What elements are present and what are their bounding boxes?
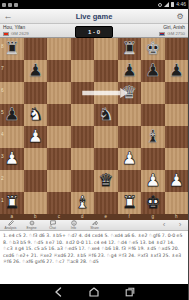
square-h2[interactable]: ♟ (165, 170, 189, 192)
white-pawn: ♟ (165, 170, 189, 192)
rank-label: 3 (1, 154, 4, 159)
square-e1[interactable] (94, 192, 118, 214)
square-e6[interactable] (94, 82, 118, 104)
score-badge: 1 - 0 (75, 26, 113, 38)
white-queen: ♛ (94, 170, 118, 192)
square-a4[interactable]: 4 (0, 126, 24, 148)
rank-label: 2 (1, 176, 4, 181)
white-pawn: ♟ (24, 126, 48, 148)
square-e4[interactable] (94, 126, 118, 148)
black-rook: ♜ (118, 38, 142, 60)
share-button[interactable]: Share (84, 220, 105, 230)
page-title: Live game (16, 12, 172, 21)
square-a8[interactable]: ♜8 (0, 38, 24, 60)
android-nav-bar (0, 284, 188, 300)
square-e7[interactable] (94, 60, 118, 82)
black-knight: ♞ (94, 104, 118, 126)
black-pawn: ♟ (24, 60, 48, 82)
notification-icon (14, 3, 18, 7)
back-arrow-icon: ← (4, 11, 13, 21)
square-f2[interactable] (118, 170, 142, 192)
rank-label: 8 (1, 44, 4, 49)
square-a3[interactable]: ♟3 (0, 148, 24, 170)
white-bishop: ♝ (71, 192, 95, 214)
square-d1[interactable]: ♝ (71, 192, 95, 214)
recents-nav-icon[interactable] (125, 287, 135, 297)
black-pawn: ♟ (118, 60, 142, 82)
white-knight: ♞ (24, 104, 48, 126)
black-player[interactable]: Giri, Anish GM 2750 (115, 25, 185, 36)
square-b7[interactable]: ♟ (24, 60, 48, 82)
square-g6[interactable] (141, 82, 165, 104)
square-g1[interactable]: ♚ (141, 192, 165, 214)
square-d8[interactable] (71, 38, 95, 60)
black-king: ♚ (141, 38, 165, 60)
battery-icon (171, 2, 174, 7)
square-e5[interactable]: ♞ (94, 104, 118, 126)
square-c5[interactable] (47, 104, 71, 126)
notification-icon (2, 3, 6, 7)
white-pawn: ♟ (141, 170, 165, 192)
signal-icon (164, 2, 169, 7)
square-b8[interactable] (24, 38, 48, 60)
square-d6[interactable] (71, 82, 95, 104)
black-pawn: ♟ (165, 60, 189, 82)
black-pawn: ♟ (0, 104, 24, 126)
action-bar: ← Live game ⚙ (0, 9, 188, 24)
white-pawn: ♟ (118, 148, 142, 170)
square-c3[interactable] (47, 148, 71, 170)
square-b6[interactable] (24, 82, 48, 104)
square-b4[interactable]: ♟ (24, 126, 48, 148)
square-d5[interactable] (71, 104, 95, 126)
square-g2[interactable]: ♟ (141, 170, 165, 192)
china-flag-icon (3, 32, 9, 36)
square-e2[interactable]: ♛ (94, 170, 118, 192)
live-game-screen: 4:46 ← Live game ⚙ Hou, Yifan GM 2629 1 … (0, 0, 188, 300)
rank-label: 1 (1, 198, 4, 203)
chevron-left-icon: ‹ (163, 220, 166, 229)
back-nav-icon[interactable] (53, 287, 63, 297)
white-pawn: ♟ (0, 148, 24, 170)
square-h5[interactable] (165, 104, 189, 126)
info-button[interactable]: Info (63, 220, 84, 230)
square-g4[interactable]: ♝ (141, 126, 165, 148)
square-h4[interactable] (165, 126, 189, 148)
square-b2[interactable] (24, 170, 48, 192)
square-g8[interactable]: ♚ (141, 38, 165, 60)
square-g5[interactable] (141, 104, 165, 126)
square-f1[interactable]: ♜ (118, 192, 142, 214)
black-rook: ♜ (0, 38, 24, 60)
black-pawn: ♟ (141, 60, 165, 82)
square-h6[interactable] (165, 82, 189, 104)
square-f8[interactable]: ♜ (118, 38, 142, 60)
square-c7[interactable] (47, 60, 71, 82)
square-h1[interactable] (165, 192, 189, 214)
square-b3[interactable] (24, 148, 48, 170)
square-h3[interactable] (165, 148, 189, 170)
black-bishop: ♝ (141, 126, 165, 148)
rank-label: 6 (1, 88, 4, 93)
square-h7[interactable]: ♟ (165, 60, 189, 82)
back-button[interactable]: ← (0, 11, 16, 21)
square-g3[interactable] (141, 148, 165, 170)
black-player-rating: GM 2750 (167, 31, 185, 36)
square-c1[interactable] (47, 192, 71, 214)
square-a7[interactable]: 7 (0, 60, 24, 82)
square-b1[interactable] (24, 192, 48, 214)
move-list[interactable]: 1. e4 c5 2. ♘f3 d6 3. ♗b5+ ♘d7 4. d4 cxd… (0, 231, 188, 284)
home-nav-icon[interactable] (89, 287, 99, 297)
square-a5[interactable]: ♟5 (0, 104, 24, 126)
square-f4[interactable] (118, 126, 142, 148)
square-f6[interactable]: ♛ (118, 82, 142, 104)
previous-move-button[interactable]: ‹ (156, 220, 172, 230)
alarm-icon (158, 3, 162, 7)
square-h8[interactable] (165, 38, 189, 60)
black-queen: ♛ (118, 82, 142, 104)
square-c4[interactable] (47, 126, 71, 148)
player-bar: Hou, Yifan GM 2629 1 - 0 Giri, Anish GM … (0, 24, 188, 38)
square-d4[interactable] (71, 126, 95, 148)
white-player[interactable]: Hou, Yifan GM 2629 (3, 25, 73, 36)
chat-button[interactable]: Chat (42, 220, 63, 230)
square-c8[interactable] (47, 38, 71, 60)
gear-icon: ⚙ (176, 12, 183, 21)
square-f7[interactable]: ♟ (118, 60, 142, 82)
square-f5[interactable] (118, 104, 142, 126)
square-c6[interactable] (47, 82, 71, 104)
rank-label: 4 (1, 132, 4, 137)
white-rook: ♜ (0, 192, 24, 214)
square-e8[interactable] (94, 38, 118, 60)
square-e3[interactable] (94, 148, 118, 170)
rank-label: 7 (1, 66, 4, 71)
square-d7[interactable] (71, 60, 95, 82)
square-a1[interactable]: ♜1 (0, 192, 24, 214)
white-rook: ♜ (118, 192, 142, 214)
rank-label: 5 (1, 110, 4, 115)
square-f3[interactable]: ♟ (118, 148, 142, 170)
square-b5[interactable]: ♞ (24, 104, 48, 126)
notification-icons (2, 3, 18, 7)
square-a6[interactable]: 6 (0, 82, 24, 104)
clock-time: 4:46 (176, 0, 186, 9)
chess-board[interactable]: ♜8♜♚7♟♟♟♟6♛♟5♞♞4♟♝♟3♟2♛♟♟♜1♝♜♚ (0, 38, 188, 214)
engine-button[interactable]: Engine (21, 220, 42, 230)
square-c2[interactable] (47, 170, 71, 192)
white-king: ♚ (141, 192, 165, 214)
square-d3[interactable] (71, 148, 95, 170)
chevron-right-icon: › (179, 220, 182, 229)
settings-button[interactable]: ⚙ (172, 12, 188, 21)
square-g7[interactable]: ♟ (141, 60, 165, 82)
netherlands-flag-icon (159, 32, 165, 36)
game-toolbar: Analysis Engine Chat Info Share ‹ › (0, 220, 188, 231)
square-d2[interactable] (71, 170, 95, 192)
notification-icon (8, 3, 12, 7)
android-status-bar: 4:46 (0, 0, 188, 9)
white-player-rating: GM 2629 (11, 31, 29, 36)
square-a2[interactable]: 2 (0, 170, 24, 192)
analysis-button[interactable]: Analysis (0, 220, 21, 230)
next-move-button[interactable]: › (172, 220, 188, 230)
